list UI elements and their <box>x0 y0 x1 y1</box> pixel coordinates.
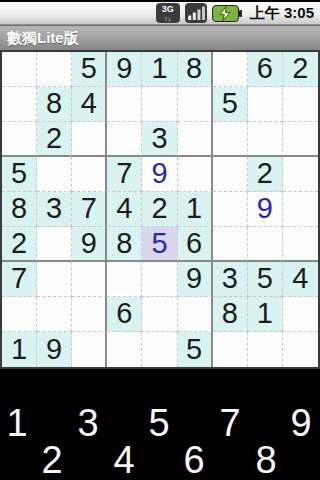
number-pad: 135792468 <box>0 369 320 480</box>
numpad-key-2[interactable]: 2 <box>41 441 62 479</box>
board-cell-r7c5[interactable] <box>142 262 177 297</box>
board-cell-r7c2[interactable] <box>37 262 72 297</box>
board-cell-r3c2[interactable]: 2 <box>37 122 72 157</box>
board-cell-r1c5[interactable]: 1 <box>142 52 177 87</box>
board-cell-r4c4[interactable]: 7 <box>107 157 142 192</box>
app-title: 數獨Lite版 <box>7 29 79 48</box>
board-cell-r3c3[interactable] <box>72 122 107 157</box>
board-cell-r1c4[interactable]: 9 <box>107 52 142 87</box>
board-cell-r4c5[interactable]: 9 <box>142 157 177 192</box>
board-cell-r4c9[interactable] <box>283 157 318 192</box>
signal-strength-icon <box>185 3 207 23</box>
numpad-key-5[interactable]: 5 <box>148 404 169 442</box>
numpad-key-8[interactable]: 8 <box>255 441 276 479</box>
board-cell-r5c6[interactable]: 1 <box>178 192 213 227</box>
board-cell-r7c1[interactable]: 7 <box>2 262 37 297</box>
board-cell-r5c7[interactable] <box>213 192 248 227</box>
status-bar: 3G ↑↓ 上午 3:05 <box>0 0 320 25</box>
board-cell-r5c9[interactable] <box>283 192 318 227</box>
board-cell-r4c8[interactable]: 2 <box>248 157 283 192</box>
board-cell-r7c3[interactable] <box>72 262 107 297</box>
board-cell-r1c6[interactable]: 8 <box>178 52 213 87</box>
board-cell-r8c1[interactable] <box>2 297 37 332</box>
board-cell-r4c6[interactable] <box>178 157 213 192</box>
board-cell-r9c9[interactable] <box>283 332 318 367</box>
board-cell-r2c7[interactable]: 5 <box>213 87 248 122</box>
board-cell-r1c1[interactable] <box>2 52 37 87</box>
board-cell-r8c2[interactable] <box>37 297 72 332</box>
board-cell-r4c3[interactable] <box>72 157 107 192</box>
board-cell-r5c5[interactable]: 2 <box>142 192 177 227</box>
board-cell-r2c6[interactable] <box>178 87 213 122</box>
board-cell-r4c2[interactable] <box>37 157 72 192</box>
board-cell-r9c2[interactable]: 9 <box>37 332 72 367</box>
status-clock: 上午 3:05 <box>250 4 314 23</box>
numpad-key-6[interactable]: 6 <box>183 441 204 479</box>
board-cell-r3c6[interactable] <box>178 122 213 157</box>
board-cell-r2c8[interactable] <box>248 87 283 122</box>
board-cell-r6c5[interactable]: 5 <box>142 227 177 262</box>
board-cell-r6c8[interactable] <box>248 227 283 262</box>
board-cell-r1c7[interactable] <box>213 52 248 87</box>
mobile-data-3g-icon: 3G ↑↓ <box>156 3 180 23</box>
board-cell-r5c4[interactable]: 4 <box>107 192 142 227</box>
board-cell-r8c6[interactable] <box>178 297 213 332</box>
board-cell-r1c8[interactable]: 6 <box>248 52 283 87</box>
board-cell-r7c9[interactable]: 4 <box>283 262 318 297</box>
numpad-key-7[interactable]: 7 <box>219 404 240 442</box>
board-cell-r8c3[interactable] <box>72 297 107 332</box>
board-cell-r1c3[interactable]: 5 <box>72 52 107 87</box>
board-cell-r9c7[interactable] <box>213 332 248 367</box>
battery-charging-icon <box>212 5 242 22</box>
board-cell-r9c4[interactable] <box>107 332 142 367</box>
numpad-key-4[interactable]: 4 <box>113 441 134 479</box>
board-cell-r5c3[interactable]: 7 <box>72 192 107 227</box>
board-cell-r8c8[interactable]: 1 <box>248 297 283 332</box>
board-cell-r9c8[interactable] <box>248 332 283 367</box>
board-cell-r4c1[interactable]: 5 <box>2 157 37 192</box>
board-cell-r8c9[interactable] <box>283 297 318 332</box>
board-cell-r2c5[interactable] <box>142 87 177 122</box>
board-cell-r6c1[interactable]: 2 <box>2 227 37 262</box>
numpad-key-9[interactable]: 9 <box>290 404 311 442</box>
board-cell-r5c8[interactable]: 9 <box>248 192 283 227</box>
board-cell-r6c7[interactable] <box>213 227 248 262</box>
board-cell-r3c4[interactable] <box>107 122 142 157</box>
board-cell-r6c6[interactable]: 6 <box>178 227 213 262</box>
board-cell-r2c9[interactable] <box>283 87 318 122</box>
board-cell-r2c3[interactable]: 4 <box>72 87 107 122</box>
screen: 3G ↑↓ 上午 3:05 數獨Lite版 591862845235792837… <box>0 0 320 480</box>
numpad-key-3[interactable]: 3 <box>77 404 98 442</box>
network-type-label: 3G <box>162 5 174 14</box>
board-cell-r7c6[interactable]: 9 <box>178 262 213 297</box>
board-cell-r6c4[interactable]: 8 <box>107 227 142 262</box>
board-cell-r5c1[interactable]: 8 <box>2 192 37 227</box>
board-cell-r1c2[interactable] <box>37 52 72 87</box>
board-cell-r3c8[interactable] <box>248 122 283 157</box>
board-cell-r3c7[interactable] <box>213 122 248 157</box>
board-cell-r2c1[interactable] <box>2 87 37 122</box>
data-transfer-arrows-icon: ↑↓ <box>164 15 171 22</box>
board-cell-r6c3[interactable]: 9 <box>72 227 107 262</box>
board-cell-r2c2[interactable]: 8 <box>37 87 72 122</box>
board-cell-r6c2[interactable] <box>37 227 72 262</box>
board-cell-r5c2[interactable]: 3 <box>37 192 72 227</box>
board-cell-r8c4[interactable]: 6 <box>107 297 142 332</box>
sudoku-board: 59186284523579283742192985679354681195 <box>0 50 320 369</box>
board-cell-r8c7[interactable]: 8 <box>213 297 248 332</box>
board-cell-r4c7[interactable] <box>213 157 248 192</box>
board-cell-r9c6[interactable]: 5 <box>178 332 213 367</box>
numpad-key-1[interactable]: 1 <box>6 404 27 442</box>
board-cell-r6c9[interactable] <box>283 227 318 262</box>
board-cell-r7c7[interactable]: 3 <box>213 262 248 297</box>
board-cell-r8c5[interactable] <box>142 297 177 332</box>
board-cell-r3c5[interactable]: 3 <box>142 122 177 157</box>
title-bar: 數獨Lite版 <box>0 25 320 50</box>
board-cell-r2c4[interactable] <box>107 87 142 122</box>
board-cell-r7c4[interactable] <box>107 262 142 297</box>
board-cell-r9c3[interactable] <box>72 332 107 367</box>
board-cell-r3c1[interactable] <box>2 122 37 157</box>
board-cell-r3c9[interactable] <box>283 122 318 157</box>
board-cell-r1c9[interactable]: 2 <box>283 52 318 87</box>
board-cell-r9c5[interactable] <box>142 332 177 367</box>
board-cell-r7c8[interactable]: 5 <box>248 262 283 297</box>
board-cell-r9c1[interactable]: 1 <box>2 332 37 367</box>
